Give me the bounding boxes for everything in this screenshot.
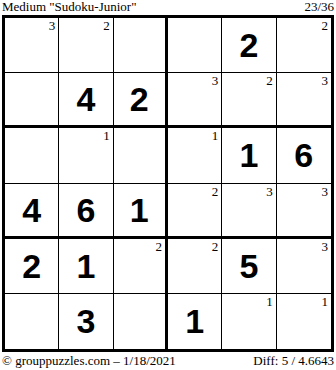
cell-r4c6[interactable]: 3 — [277, 184, 331, 239]
cell-r3c5[interactable]: 1 — [222, 128, 276, 183]
pencil-mark: 2 — [266, 73, 273, 88]
cell-r2c6[interactable]: 3 — [277, 73, 331, 128]
cell-r1c2[interactable]: 2 — [59, 18, 113, 73]
cell-r4c1[interactable]: 4 — [5, 184, 59, 239]
given-digit: 4 — [77, 82, 96, 116]
given-digit: 5 — [240, 249, 259, 283]
pencil-mark: 2 — [155, 239, 162, 254]
given-digit: 1 — [240, 138, 259, 172]
pencil-mark: 1 — [212, 128, 219, 143]
pencil-mark: 3 — [49, 18, 56, 33]
cell-r6c4[interactable]: 1 — [168, 294, 222, 349]
pencil-mark: 3 — [321, 184, 328, 199]
pencil-mark: 1 — [321, 294, 328, 309]
pencil-mark: 2 — [212, 184, 219, 199]
given-digit: 2 — [240, 28, 259, 62]
cell-r1c1[interactable]: 3 — [5, 18, 59, 73]
cell-r6c2[interactable]: 3 — [59, 294, 113, 349]
given-digit: 2 — [130, 82, 149, 116]
cell-r6c1[interactable] — [5, 294, 59, 349]
sudoku-grid: 32224232311164612332122533111 — [2, 15, 334, 352]
cell-r3c2[interactable]: 1 — [59, 128, 113, 183]
given-digit: 6 — [294, 138, 313, 172]
given-digit: 3 — [77, 304, 96, 338]
cell-r3c4[interactable]: 1 — [168, 128, 222, 183]
cell-r2c1[interactable] — [5, 73, 59, 128]
cell-r5c6[interactable]: 3 — [277, 239, 331, 294]
pencil-mark: 2 — [321, 18, 328, 33]
credit-text: © grouppuzzles.com – 1/18/2021 — [2, 353, 176, 368]
cell-r4c5[interactable]: 3 — [222, 184, 276, 239]
cell-r5c1[interactable]: 2 — [5, 239, 59, 294]
progress-counter: 23/36 — [304, 0, 334, 14]
cell-r5c4[interactable]: 2 — [168, 239, 222, 294]
cell-r4c4[interactable]: 2 — [168, 184, 222, 239]
cell-r2c2[interactable]: 4 — [59, 73, 113, 128]
pencil-mark: 2 — [212, 239, 219, 254]
pencil-mark: 3 — [321, 239, 328, 254]
cell-r3c3[interactable] — [114, 128, 168, 183]
cell-r1c3[interactable] — [114, 18, 168, 73]
given-digit: 1 — [77, 249, 96, 283]
cell-r5c5[interactable]: 5 — [222, 239, 276, 294]
given-digit: 6 — [77, 193, 96, 227]
cell-r4c2[interactable]: 6 — [59, 184, 113, 239]
cell-r6c3[interactable] — [114, 294, 168, 349]
cell-r5c2[interactable]: 1 — [59, 239, 113, 294]
footer: © grouppuzzles.com – 1/18/2021 Diff: 5 /… — [2, 353, 334, 368]
cell-r4c3[interactable]: 1 — [114, 184, 168, 239]
given-digit: 1 — [185, 304, 204, 338]
puzzle-title: Medium "Sudoku-Junior" — [2, 0, 136, 14]
cell-r2c3[interactable]: 2 — [114, 73, 168, 128]
cell-r1c4[interactable] — [168, 18, 222, 73]
difficulty-text: Diff: 5 / 4.6643 — [253, 353, 334, 368]
cell-r3c1[interactable] — [5, 128, 59, 183]
cell-r6c5[interactable]: 1 — [222, 294, 276, 349]
cell-r1c5[interactable]: 2 — [222, 18, 276, 73]
cell-r6c6[interactable]: 1 — [277, 294, 331, 349]
given-digit: 1 — [130, 193, 149, 227]
pencil-mark: 1 — [266, 294, 273, 309]
pencil-mark: 3 — [321, 73, 328, 88]
pencil-mark: 3 — [212, 73, 219, 88]
given-digit: 4 — [22, 193, 41, 227]
header: Medium "Sudoku-Junior" 23/36 — [2, 0, 334, 14]
pencil-mark: 3 — [266, 184, 273, 199]
cell-r1c6[interactable]: 2 — [277, 18, 331, 73]
cell-r5c3[interactable]: 2 — [114, 239, 168, 294]
pencil-mark: 1 — [103, 128, 110, 143]
cell-r3c6[interactable]: 6 — [277, 128, 331, 183]
cell-r2c4[interactable]: 3 — [168, 73, 222, 128]
cell-r2c5[interactable]: 2 — [222, 73, 276, 128]
given-digit: 2 — [22, 249, 41, 283]
pencil-mark: 2 — [103, 18, 110, 33]
